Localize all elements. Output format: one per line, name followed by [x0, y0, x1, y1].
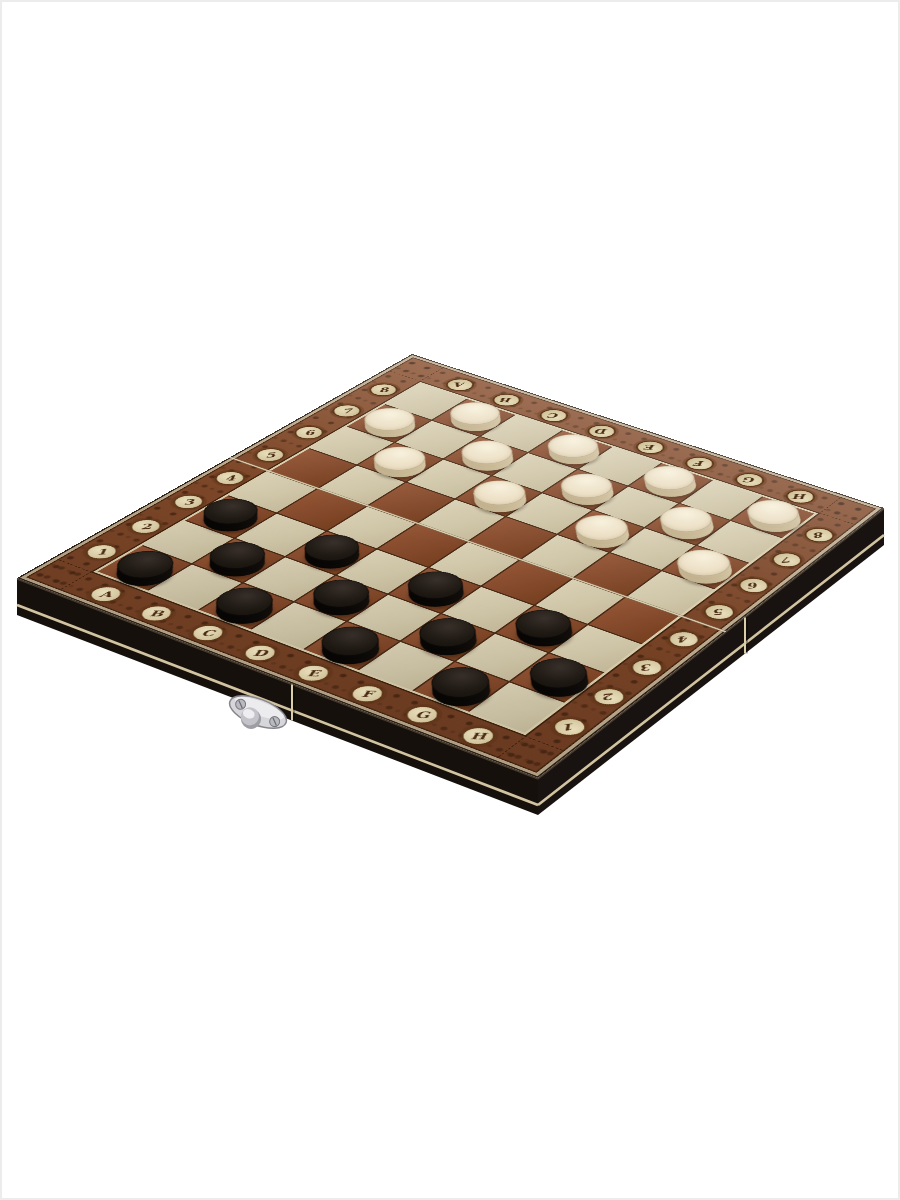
file-label-top-b: B — [492, 393, 522, 406]
file-label-top-d: D — [587, 424, 616, 438]
file-label-top-g: G — [735, 472, 764, 486]
file-label-top-f: F — [685, 456, 714, 470]
file-label-top-h: H — [785, 489, 815, 504]
product-photo: AA88BB77CC66DD55EE44FF33GG22HH11 — [0, 0, 900, 1200]
file-label-top-e: E — [636, 440, 665, 454]
file-label-top-c: C — [539, 409, 568, 423]
